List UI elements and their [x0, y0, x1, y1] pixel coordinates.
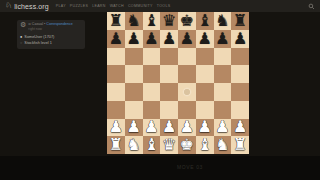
game-info-box: ⚙ ∞ Casual • Correspondence right now ● …: [17, 20, 85, 49]
black-bishop[interactable]: ♝: [197, 13, 211, 29]
square-f4[interactable]: [196, 83, 214, 101]
top-nav-bar: ♘ lichess.org PLAY PUZZLES LEARN WATCH C…: [0, 0, 320, 12]
black-bishop[interactable]: ♝: [144, 13, 158, 29]
square-h8[interactable]: ♜: [231, 12, 249, 30]
square-f8[interactable]: ♝: [196, 12, 214, 30]
square-c5[interactable]: [143, 65, 161, 83]
square-g5[interactable]: [214, 65, 232, 83]
square-d4[interactable]: [160, 83, 178, 101]
square-g2[interactable]: ♟: [214, 119, 232, 137]
square-d7[interactable]: ♟: [160, 30, 178, 48]
square-e7[interactable]: ♟: [178, 30, 196, 48]
search-icon[interactable]: [308, 3, 315, 10]
black-pawn[interactable]: ♟: [162, 31, 176, 47]
square-b4[interactable]: [125, 83, 143, 101]
black-queen[interactable]: ♛: [162, 13, 176, 29]
white-knight[interactable]: ♞: [215, 137, 229, 153]
black-pawn[interactable]: ♟: [180, 31, 194, 47]
square-h4[interactable]: [231, 83, 249, 101]
square-a4[interactable]: [107, 83, 125, 101]
square-h1[interactable]: ♜: [231, 136, 249, 154]
square-f3[interactable]: [196, 101, 214, 119]
black-pawn[interactable]: ♟: [197, 31, 211, 47]
square-d8[interactable]: ♛: [160, 12, 178, 30]
square-c4[interactable]: [143, 83, 161, 101]
square-e5[interactable]: [178, 65, 196, 83]
square-a1[interactable]: ♜: [107, 136, 125, 154]
white-pawn[interactable]: ♟: [180, 119, 194, 135]
square-d2[interactable]: ♟: [160, 119, 178, 137]
white-pawn[interactable]: ♟: [144, 119, 158, 135]
square-b2[interactable]: ♟: [125, 119, 143, 137]
black-pawn[interactable]: ♟: [109, 31, 123, 47]
black-knight[interactable]: ♞: [215, 13, 229, 29]
square-a7[interactable]: ♟: [107, 30, 125, 48]
white-rook[interactable]: ♜: [233, 137, 247, 153]
square-c7[interactable]: ♟: [143, 30, 161, 48]
square-b5[interactable]: [125, 65, 143, 83]
white-queen[interactable]: ♛: [162, 137, 176, 153]
square-g8[interactable]: ♞: [214, 12, 232, 30]
square-c1[interactable]: ♝: [143, 136, 161, 154]
game-meta: ⚙ ∞ Casual • Correspondence right now: [20, 22, 82, 32]
white-player-name[interactable]: SomeUser (1707): [24, 35, 54, 39]
black-pawn[interactable]: ♟: [126, 31, 140, 47]
square-e3[interactable]: [178, 101, 196, 119]
nav-links: PLAY PUZZLES LEARN WATCH COMMUNITY TOOLS: [56, 4, 171, 8]
white-pawn[interactable]: ♟: [126, 119, 140, 135]
lichess-knight-logo-icon[interactable]: ♘: [5, 2, 12, 10]
white-pawn[interactable]: ♟: [109, 119, 123, 135]
square-b6[interactable]: [125, 48, 143, 66]
square-h5[interactable]: [231, 65, 249, 83]
white-knight[interactable]: ♞: [126, 137, 140, 153]
square-e2[interactable]: ♟: [178, 119, 196, 137]
white-color-dot-icon: ●: [20, 35, 22, 39]
square-h6[interactable]: [231, 48, 249, 66]
square-c3[interactable]: [143, 101, 161, 119]
black-player-row[interactable]: ○ Stockfish level 1: [20, 40, 82, 46]
game-type-text: ∞ Casual •: [28, 22, 46, 26]
white-rook[interactable]: ♜: [109, 137, 123, 153]
square-h2[interactable]: ♟: [231, 119, 249, 137]
white-pawn[interactable]: ♟: [197, 119, 211, 135]
square-d5[interactable]: [160, 65, 178, 83]
square-c8[interactable]: ♝: [143, 12, 161, 30]
square-e8[interactable]: ♚: [178, 12, 196, 30]
nav-item-play[interactable]: PLAY: [56, 4, 66, 8]
white-pawn[interactable]: ♟: [162, 119, 176, 135]
black-player-name[interactable]: Stockfish level 1: [24, 41, 51, 45]
nav-item-community[interactable]: COMMUNITY: [128, 4, 153, 8]
black-rook[interactable]: ♜: [109, 13, 123, 29]
square-b8[interactable]: ♞: [125, 12, 143, 30]
black-color-dot-icon: ○: [20, 41, 22, 45]
black-pawn[interactable]: ♟: [215, 31, 229, 47]
square-g6[interactable]: [214, 48, 232, 66]
nav-item-puzzles[interactable]: PUZZLES: [70, 4, 88, 8]
square-e1[interactable]: ♚: [178, 136, 196, 154]
square-g1[interactable]: ♞: [214, 136, 232, 154]
black-pawn[interactable]: ♟: [233, 31, 247, 47]
square-a5[interactable]: [107, 65, 125, 83]
white-pawn[interactable]: ♟: [233, 119, 247, 135]
nav-item-watch[interactable]: WATCH: [110, 4, 124, 8]
black-rook[interactable]: ♜: [233, 13, 247, 29]
square-f2[interactable]: ♟: [196, 119, 214, 137]
square-c6[interactable]: [143, 48, 161, 66]
square-d1[interactable]: ♛: [160, 136, 178, 154]
square-b1[interactable]: ♞: [125, 136, 143, 154]
square-f1[interactable]: ♝: [196, 136, 214, 154]
square-a3[interactable]: [107, 101, 125, 119]
black-pawn[interactable]: ♟: [144, 31, 158, 47]
square-b7[interactable]: ♟: [125, 30, 143, 48]
square-d6[interactable]: [160, 48, 178, 66]
gear-icon: ⚙: [20, 22, 26, 29]
footer-faint-text: MOVE 03: [150, 164, 230, 170]
white-bishop[interactable]: ♝: [197, 137, 211, 153]
square-e6[interactable]: [178, 48, 196, 66]
players-list: ● SomeUser (1707) ○ Stockfish level 1: [20, 34, 82, 46]
square-g7[interactable]: ♟: [214, 30, 232, 48]
square-a8[interactable]: ♜: [107, 12, 125, 30]
white-pawn[interactable]: ♟: [215, 119, 229, 135]
black-king[interactable]: ♚: [180, 13, 194, 29]
time-control-link[interactable]: Correspondence: [46, 22, 73, 26]
square-f5[interactable]: [196, 65, 214, 83]
square-g3[interactable]: [214, 101, 232, 119]
square-h3[interactable]: [231, 101, 249, 119]
square-a6[interactable]: [107, 48, 125, 66]
square-f7[interactable]: ♟: [196, 30, 214, 48]
square-c2[interactable]: ♟: [143, 119, 161, 137]
square-f6[interactable]: [196, 48, 214, 66]
white-king[interactable]: ♚: [180, 137, 194, 153]
black-knight[interactable]: ♞: [126, 13, 140, 29]
square-h7[interactable]: ♟: [231, 30, 249, 48]
square-d3[interactable]: [160, 101, 178, 119]
game-time-ago: right now: [28, 27, 73, 32]
square-a2[interactable]: ♟: [107, 119, 125, 137]
site-logo-text[interactable]: lichess.org: [14, 3, 49, 10]
nav-item-learn[interactable]: LEARN: [92, 4, 105, 8]
chess-board[interactable]: ♜♞♝♛♚♝♞♜♟♟♟♟♟♟♟♟♟♟♟♟♟♟♟♟♜♞♝♛♚♝♞♜: [107, 12, 249, 154]
white-bishop[interactable]: ♝: [144, 137, 158, 153]
square-e4[interactable]: [178, 83, 196, 101]
nav-item-tools[interactable]: TOOLS: [157, 4, 171, 8]
square-g4[interactable]: [214, 83, 232, 101]
square-b3[interactable]: [125, 101, 143, 119]
